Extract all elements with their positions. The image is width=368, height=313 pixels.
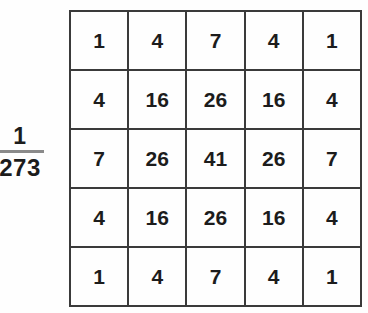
grid-cell: 4 xyxy=(71,71,127,128)
grid-cell: 1 xyxy=(304,12,360,69)
grid-cell: 4 xyxy=(246,12,302,69)
grid-cell: 7 xyxy=(304,130,360,187)
grid-cell: 1 xyxy=(304,248,360,305)
grid-cell: 4 xyxy=(129,248,185,305)
grid-cell: 16 xyxy=(129,71,185,128)
kernel-grid: 1 4 7 4 1 4 16 26 16 4 7 26 41 26 7 4 16… xyxy=(69,10,362,307)
grid-cell: 7 xyxy=(187,248,243,305)
grid-cell: 26 xyxy=(246,130,302,187)
grid-cell: 1 xyxy=(71,248,127,305)
scale-fraction: 1 273 xyxy=(0,124,44,181)
fraction-numerator: 1 xyxy=(0,124,44,148)
grid-cell: 16 xyxy=(246,189,302,246)
grid-cell: 4 xyxy=(71,189,127,246)
grid-cell: 4 xyxy=(129,12,185,69)
grid-cell: 26 xyxy=(187,71,243,128)
grid-cell: 16 xyxy=(129,189,185,246)
grid-cell: 26 xyxy=(187,189,243,246)
grid-cell: 7 xyxy=(187,12,243,69)
grid-cell: 7 xyxy=(71,130,127,187)
grid-cell: 41 xyxy=(187,130,243,187)
grid-cell: 4 xyxy=(246,248,302,305)
grid-cell: 4 xyxy=(304,189,360,246)
fraction-denominator: 273 xyxy=(0,155,44,181)
fraction-bar xyxy=(0,150,44,153)
grid-cell: 4 xyxy=(304,71,360,128)
grid-cell: 26 xyxy=(129,130,185,187)
grid-cell: 16 xyxy=(246,71,302,128)
grid-cell: 1 xyxy=(71,12,127,69)
